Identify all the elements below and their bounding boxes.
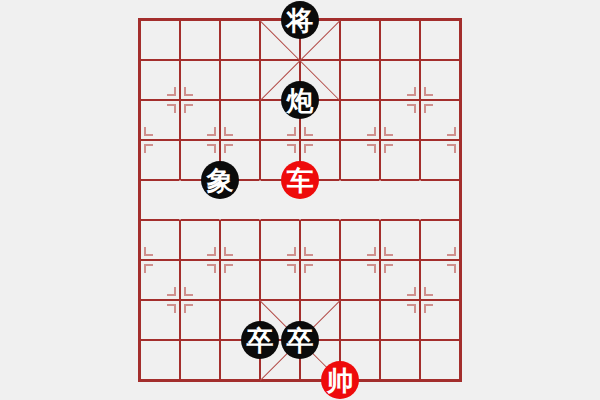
grid-cell — [220, 20, 260, 60]
grid-cell — [140, 260, 180, 300]
grid-cell — [220, 100, 260, 140]
grid-cell — [220, 220, 260, 260]
grid-cell — [140, 340, 180, 380]
grid-cell — [340, 60, 380, 100]
grid-cell — [380, 220, 420, 260]
grid-cell — [300, 260, 340, 300]
grid-cell — [180, 260, 220, 300]
grid-cell — [380, 60, 420, 100]
grid-cell — [340, 180, 380, 220]
grid-cell — [340, 20, 380, 60]
grid-cell — [420, 300, 460, 340]
grid-cell — [380, 100, 420, 140]
grid-cell — [420, 60, 460, 100]
piece-red-general[interactable]: 帅 — [321, 361, 359, 399]
grid-cell — [420, 260, 460, 300]
grid-cell — [420, 340, 460, 380]
grid-cell — [140, 300, 180, 340]
grid-cell — [380, 140, 420, 180]
piece-red-chariot[interactable]: 车 — [281, 161, 319, 199]
piece-black-soldier-1[interactable]: 卒 — [241, 321, 279, 359]
grid-cell — [340, 100, 380, 140]
grid-cell — [140, 60, 180, 100]
grid-cell — [420, 20, 460, 60]
grid-cell — [340, 260, 380, 300]
grid-cell — [180, 340, 220, 380]
grid-cell — [260, 220, 300, 260]
grid-cell — [140, 180, 180, 220]
grid-cell — [420, 140, 460, 180]
xiangqi-app: 将炮象车卒卒帅 — [0, 0, 600, 400]
grid-cell — [380, 340, 420, 380]
grid-cell — [180, 20, 220, 60]
grid-cell — [140, 20, 180, 60]
grid-cell — [260, 260, 300, 300]
grid-cell — [420, 180, 460, 220]
grid-cell — [140, 140, 180, 180]
grid-cell — [380, 180, 420, 220]
piece-black-general[interactable]: 将 — [281, 1, 319, 39]
piece-black-cannon[interactable]: 炮 — [281, 81, 319, 119]
grid-cell — [420, 220, 460, 260]
grid-cell — [180, 220, 220, 260]
grid-cell — [220, 260, 260, 300]
grid-cell — [380, 300, 420, 340]
grid-cell — [140, 220, 180, 260]
piece-black-elephant[interactable]: 象 — [201, 161, 239, 199]
grid-cell — [180, 60, 220, 100]
piece-black-soldier-2[interactable]: 卒 — [281, 321, 319, 359]
grid-cell — [420, 100, 460, 140]
grid-cell — [220, 60, 260, 100]
grid-cell — [300, 220, 340, 260]
grid-cell — [340, 300, 380, 340]
grid-cell — [340, 220, 380, 260]
grid-cell — [180, 100, 220, 140]
grid-cell — [340, 140, 380, 180]
grid-cell — [180, 300, 220, 340]
grid-cell — [380, 260, 420, 300]
grid-cell — [140, 100, 180, 140]
grid-cell — [380, 20, 420, 60]
